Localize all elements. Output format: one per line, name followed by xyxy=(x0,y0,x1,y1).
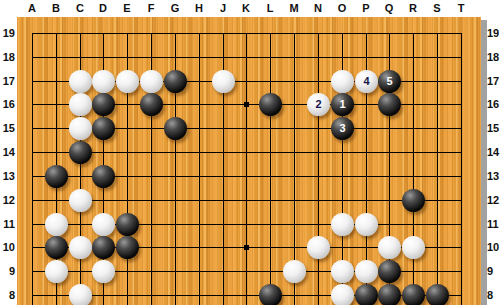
go-diagram: ABCDEFGHJKLMNOPQRST191918181717161615151… xyxy=(0,0,500,305)
stone-black-R12 xyxy=(402,189,425,212)
stone-black-O16: 1 xyxy=(331,93,354,116)
stone-black-F16 xyxy=(140,93,163,116)
coord-label-row-17-left: 17 xyxy=(0,74,15,88)
coord-label-col-K: K xyxy=(236,1,256,15)
coord-label-col-T: T xyxy=(451,1,471,15)
stone-white-B9 xyxy=(45,260,68,283)
stone-black-D13 xyxy=(92,165,115,188)
stone-black-G15 xyxy=(164,117,187,140)
stone-white-O17 xyxy=(331,70,354,93)
coord-label-col-A: A xyxy=(22,1,42,15)
stone-white-C17 xyxy=(69,70,92,93)
stone-black-D15 xyxy=(92,117,115,140)
stone-black-E11 xyxy=(116,213,139,236)
move-number-5: 5 xyxy=(386,76,392,87)
stone-white-N16: 2 xyxy=(307,93,330,116)
move-number-4: 4 xyxy=(363,76,369,87)
coord-label-col-B: B xyxy=(46,1,66,15)
stone-white-R10 xyxy=(402,236,425,259)
stone-black-Q8 xyxy=(378,284,401,305)
coord-label-row-12-right: 12 xyxy=(487,193,499,207)
stone-white-O8 xyxy=(331,284,354,305)
stone-white-P9 xyxy=(355,260,378,283)
coord-label-col-O: O xyxy=(332,1,352,15)
coord-label-col-Q: Q xyxy=(379,1,399,15)
coord-label-row-14-right: 14 xyxy=(487,145,499,159)
coord-label-col-P: P xyxy=(356,1,376,15)
stone-white-D11 xyxy=(92,213,115,236)
star-point-K16 xyxy=(244,102,249,107)
coord-label-row-14-left: 14 xyxy=(0,145,15,159)
grid-line-horizontal xyxy=(32,200,462,201)
coord-label-row-19-right: 19 xyxy=(487,26,499,40)
move-number-1: 1 xyxy=(339,99,345,110)
coord-label-row-10-left: 10 xyxy=(0,240,15,254)
grid-line-vertical xyxy=(318,33,319,305)
grid-line-vertical xyxy=(461,33,462,305)
coord-label-row-9-right: 9 xyxy=(487,264,493,278)
coord-label-col-E: E xyxy=(117,1,137,15)
stone-white-E17 xyxy=(116,70,139,93)
coord-label-row-8-right: 8 xyxy=(487,288,493,302)
coord-label-col-M: M xyxy=(284,1,304,15)
stone-black-G17 xyxy=(164,70,187,93)
stone-black-P8 xyxy=(355,284,378,305)
stone-white-C16 xyxy=(69,93,92,116)
coord-label-row-13-left: 13 xyxy=(0,169,15,183)
stone-white-F17 xyxy=(140,70,163,93)
stone-white-C15 xyxy=(69,117,92,140)
grid-line-vertical xyxy=(199,33,200,305)
coord-label-col-L: L xyxy=(260,1,280,15)
coord-label-row-10-right: 10 xyxy=(487,240,499,254)
stone-white-P17: 4 xyxy=(355,70,378,93)
stone-black-R8 xyxy=(402,284,425,305)
grid-line-vertical xyxy=(246,33,247,305)
grid-line-horizontal xyxy=(32,152,462,153)
stone-black-Q9 xyxy=(378,260,401,283)
stone-white-C10 xyxy=(69,236,92,259)
stone-black-O15: 3 xyxy=(331,117,354,140)
coord-label-row-9-left: 9 xyxy=(0,264,15,278)
stone-white-Q10 xyxy=(378,236,401,259)
coord-label-col-S: S xyxy=(427,1,447,15)
coord-label-row-13-right: 13 xyxy=(487,169,499,183)
stone-white-C12 xyxy=(69,189,92,212)
stone-black-Q17: 5 xyxy=(378,70,401,93)
coord-label-row-19-left: 19 xyxy=(0,26,15,40)
coord-label-col-R: R xyxy=(403,1,423,15)
coord-label-row-11-left: 11 xyxy=(0,217,15,231)
grid-line-horizontal xyxy=(32,33,462,34)
stone-white-J17 xyxy=(212,70,235,93)
stone-white-D9 xyxy=(92,260,115,283)
coord-label-col-C: C xyxy=(70,1,90,15)
stone-black-E10 xyxy=(116,236,139,259)
star-point-K10 xyxy=(244,245,249,250)
stone-white-P11 xyxy=(355,213,378,236)
coord-label-row-15-right: 15 xyxy=(487,121,499,135)
stone-black-L16 xyxy=(259,93,282,116)
stone-black-Q16 xyxy=(378,93,401,116)
coord-label-row-16-right: 16 xyxy=(487,97,499,111)
stone-black-D16 xyxy=(92,93,115,116)
coord-label-row-17-right: 17 xyxy=(487,74,499,88)
coord-label-col-F: F xyxy=(141,1,161,15)
coord-label-col-J: J xyxy=(213,1,233,15)
stone-black-C14 xyxy=(69,141,92,164)
coord-label-row-12-left: 12 xyxy=(0,193,15,207)
stone-black-S8 xyxy=(426,284,449,305)
stone-white-C8 xyxy=(69,284,92,305)
stone-white-O9 xyxy=(331,260,354,283)
stone-white-N10 xyxy=(307,236,330,259)
move-number-2: 2 xyxy=(315,99,321,110)
stone-black-L8 xyxy=(259,284,282,305)
stone-white-M9 xyxy=(283,260,306,283)
coord-label-col-N: N xyxy=(308,1,328,15)
coord-label-row-8-left: 8 xyxy=(0,288,15,302)
coord-label-col-D: D xyxy=(93,1,113,15)
grid-line-vertical xyxy=(413,33,414,305)
stone-white-B11 xyxy=(45,213,68,236)
coord-label-row-18-left: 18 xyxy=(0,50,15,64)
grid-line-vertical xyxy=(437,33,438,305)
coord-label-col-G: G xyxy=(165,1,185,15)
coord-label-row-18-right: 18 xyxy=(487,50,499,64)
grid-line-horizontal xyxy=(32,57,462,58)
grid-line-vertical xyxy=(32,33,33,305)
stone-white-D17 xyxy=(92,70,115,93)
coord-label-row-15-left: 15 xyxy=(0,121,15,135)
stone-black-D10 xyxy=(92,236,115,259)
coord-label-row-16-left: 16 xyxy=(0,97,15,111)
move-number-3: 3 xyxy=(339,123,345,134)
grid-line-vertical xyxy=(270,33,271,305)
stone-black-B13 xyxy=(45,165,68,188)
stone-black-B10 xyxy=(45,236,68,259)
stone-white-O11 xyxy=(331,213,354,236)
coord-label-col-H: H xyxy=(189,1,209,15)
coord-label-row-11-right: 11 xyxy=(487,217,499,231)
